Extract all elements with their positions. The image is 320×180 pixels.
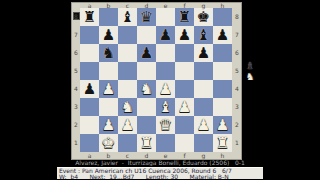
- black-pawn-h7[interactable]: ♟: [213, 26, 232, 44]
- square-c2[interactable]: ♟: [118, 116, 137, 134]
- square-e8[interactable]: [156, 8, 175, 26]
- square-g7[interactable]: ♝: [194, 26, 213, 44]
- square-a6[interactable]: [80, 44, 99, 62]
- square-a5[interactable]: [80, 62, 99, 80]
- square-d6[interactable]: ♟: [137, 44, 156, 62]
- square-b8[interactable]: [99, 8, 118, 26]
- square-h7[interactable]: ♟: [213, 26, 232, 44]
- square-b5[interactable]: [99, 62, 118, 80]
- coord-label-g: g: [200, 3, 208, 9]
- white-knight-d4[interactable]: ♞: [137, 80, 156, 98]
- coord-label-d: d: [143, 3, 151, 9]
- white-pawn-b2[interactable]: ♟: [99, 116, 118, 134]
- white-rook-h1[interactable]: ♜: [213, 134, 232, 152]
- black-bishop-icon: ♝: [243, 60, 257, 71]
- square-h6[interactable]: [213, 44, 232, 62]
- square-g1[interactable]: [194, 134, 213, 152]
- square-b7[interactable]: ♟: [99, 26, 118, 44]
- square-h3[interactable]: [213, 98, 232, 116]
- white-pawn-g2[interactable]: ♟: [194, 116, 213, 134]
- square-e2[interactable]: ♛: [156, 116, 175, 134]
- black-pawn-a4[interactable]: ♟: [80, 80, 99, 98]
- video-frame: ♜♝♛♜♚♟♟♟♝♟♞♟♟♟♟♞♟♞♝♟♟♟♛♟♟♚♜♜ aabbccddeef…: [0, 0, 320, 180]
- chess-board[interactable]: ♜♝♛♜♚♟♟♟♝♟♞♟♟♟♟♞♟♞♝♟♟♟♛♟♟♚♜♜: [80, 8, 232, 152]
- black-rook-f8[interactable]: ♜: [175, 8, 194, 26]
- black-queen-d8[interactable]: ♛: [137, 8, 156, 26]
- material-tray: ♝ ♞: [243, 60, 257, 86]
- black-pawn-g6[interactable]: ♟: [194, 44, 213, 62]
- coord-label-2: 2: [234, 122, 241, 128]
- coord-label-4: 4: [73, 86, 80, 92]
- square-g3[interactable]: [194, 98, 213, 116]
- white-bishop-e3[interactable]: ♝: [156, 98, 175, 116]
- coord-label-f: f: [181, 3, 189, 9]
- square-f5[interactable]: [175, 62, 194, 80]
- coord-label-6: 6: [73, 50, 80, 56]
- square-d7[interactable]: [137, 26, 156, 44]
- coord-label-c: c: [124, 3, 132, 9]
- black-pawn-d6[interactable]: ♟: [137, 44, 156, 62]
- white-pawn-h2[interactable]: ♟: [213, 116, 232, 134]
- square-g4[interactable]: [194, 80, 213, 98]
- white-knight-c3[interactable]: ♞: [118, 98, 137, 116]
- square-c1[interactable]: [118, 134, 137, 152]
- square-b2[interactable]: ♟: [99, 116, 118, 134]
- coord-label-5: 5: [73, 68, 80, 74]
- square-f1[interactable]: [175, 134, 194, 152]
- white-pawn-e4[interactable]: ♟: [156, 80, 175, 98]
- square-g2[interactable]: ♟: [194, 116, 213, 134]
- square-f8[interactable]: ♜: [175, 8, 194, 26]
- black-bishop-c8[interactable]: ♝: [118, 8, 137, 26]
- white-rook-d1[interactable]: ♜: [137, 134, 156, 152]
- square-a7[interactable]: [80, 26, 99, 44]
- square-h1[interactable]: ♜: [213, 134, 232, 152]
- square-a1[interactable]: [80, 134, 99, 152]
- square-c5[interactable]: [118, 62, 137, 80]
- coord-label-b: b: [105, 3, 113, 9]
- white-queen-e2[interactable]: ♛: [156, 116, 175, 134]
- square-d8[interactable]: ♛: [137, 8, 156, 26]
- square-e7[interactable]: ♟: [156, 26, 175, 44]
- coord-label-6: 6: [234, 50, 241, 56]
- coord-label-3: 3: [73, 104, 80, 110]
- square-h8[interactable]: [213, 8, 232, 26]
- square-h5[interactable]: [213, 62, 232, 80]
- square-h2[interactable]: ♟: [213, 116, 232, 134]
- white-pawn-c2[interactable]: ♟: [118, 116, 137, 134]
- coord-label-7: 7: [73, 32, 80, 38]
- status-line: W: b4 Next: 19...Bd7 Length: 30 Material…: [57, 174, 263, 179]
- black-knight-b6[interactable]: ♞: [99, 44, 118, 62]
- coord-label-5: 5: [234, 68, 241, 74]
- square-c3[interactable]: ♞: [118, 98, 137, 116]
- coord-label-a: a: [86, 3, 94, 9]
- square-c4[interactable]: [118, 80, 137, 98]
- square-e5[interactable]: [156, 62, 175, 80]
- coord-label-4: 4: [234, 86, 241, 92]
- coord-label-h: h: [219, 3, 227, 9]
- black-pawn-b7[interactable]: ♟: [99, 26, 118, 44]
- square-d2[interactable]: [137, 116, 156, 134]
- square-d3[interactable]: [137, 98, 156, 116]
- square-a4[interactable]: ♟: [80, 80, 99, 98]
- square-c8[interactable]: ♝: [118, 8, 137, 26]
- coord-label-1: 1: [73, 140, 80, 146]
- game-info-box: Event : Pan American ch U16 Cuenca 2006,…: [57, 167, 263, 179]
- square-a3[interactable]: [80, 98, 99, 116]
- square-e1[interactable]: [156, 134, 175, 152]
- square-b3[interactable]: [99, 98, 118, 116]
- coord-label-2: 2: [73, 122, 80, 128]
- square-g6[interactable]: ♟: [194, 44, 213, 62]
- coord-label-h: h: [219, 153, 227, 159]
- coord-label-d: d: [143, 153, 151, 159]
- square-d5[interactable]: [137, 62, 156, 80]
- coord-label-7: 7: [234, 32, 241, 38]
- coord-label-c: c: [124, 153, 132, 159]
- square-b4[interactable]: ♟: [99, 80, 118, 98]
- square-f2[interactable]: [175, 116, 194, 134]
- square-e4[interactable]: ♟: [156, 80, 175, 98]
- black-bishop-g7[interactable]: ♝: [194, 26, 213, 44]
- black-pawn-e7[interactable]: ♟: [156, 26, 175, 44]
- white-knight-icon: ♞: [243, 71, 257, 82]
- coord-label-f: f: [181, 153, 189, 159]
- square-c6[interactable]: [118, 44, 137, 62]
- coord-label-8: 8: [73, 14, 80, 20]
- black-rook-a8[interactable]: ♜: [80, 8, 99, 26]
- coord-label-g: g: [200, 153, 208, 159]
- coord-label-e: e: [162, 3, 170, 9]
- square-g5[interactable]: [194, 62, 213, 80]
- square-f3[interactable]: ♟: [175, 98, 194, 116]
- white-pawn-b4[interactable]: ♟: [99, 80, 118, 98]
- square-b6[interactable]: ♞: [99, 44, 118, 62]
- players-result-line: Alvarez, Javier - Iturrizaga Bonelli, Ed…: [57, 160, 263, 166]
- square-c7[interactable]: [118, 26, 137, 44]
- white-pawn-f3[interactable]: ♟: [175, 98, 194, 116]
- coord-label-a: a: [86, 153, 94, 159]
- coord-label-8: 8: [234, 14, 241, 20]
- square-f6[interactable]: [175, 44, 194, 62]
- square-b1[interactable]: ♚: [99, 134, 118, 152]
- square-e3[interactable]: ♝: [156, 98, 175, 116]
- square-d4[interactable]: ♞: [137, 80, 156, 98]
- coord-label-e: e: [162, 153, 170, 159]
- coord-label-3: 3: [234, 104, 241, 110]
- square-a8[interactable]: ♜: [80, 8, 99, 26]
- black-king-g8[interactable]: ♚: [194, 8, 213, 26]
- square-h4[interactable]: [213, 80, 232, 98]
- coord-label-1: 1: [234, 140, 241, 146]
- coord-label-b: b: [105, 153, 113, 159]
- white-king-b1[interactable]: ♚: [99, 134, 118, 152]
- square-a2[interactable]: [80, 116, 99, 134]
- square-e6[interactable]: [156, 44, 175, 62]
- square-g8[interactable]: ♚: [194, 8, 213, 26]
- black-pawn-f7[interactable]: ♟: [175, 26, 194, 44]
- square-f4[interactable]: [175, 80, 194, 98]
- square-d1[interactable]: ♜: [137, 134, 156, 152]
- square-f7[interactable]: ♟: [175, 26, 194, 44]
